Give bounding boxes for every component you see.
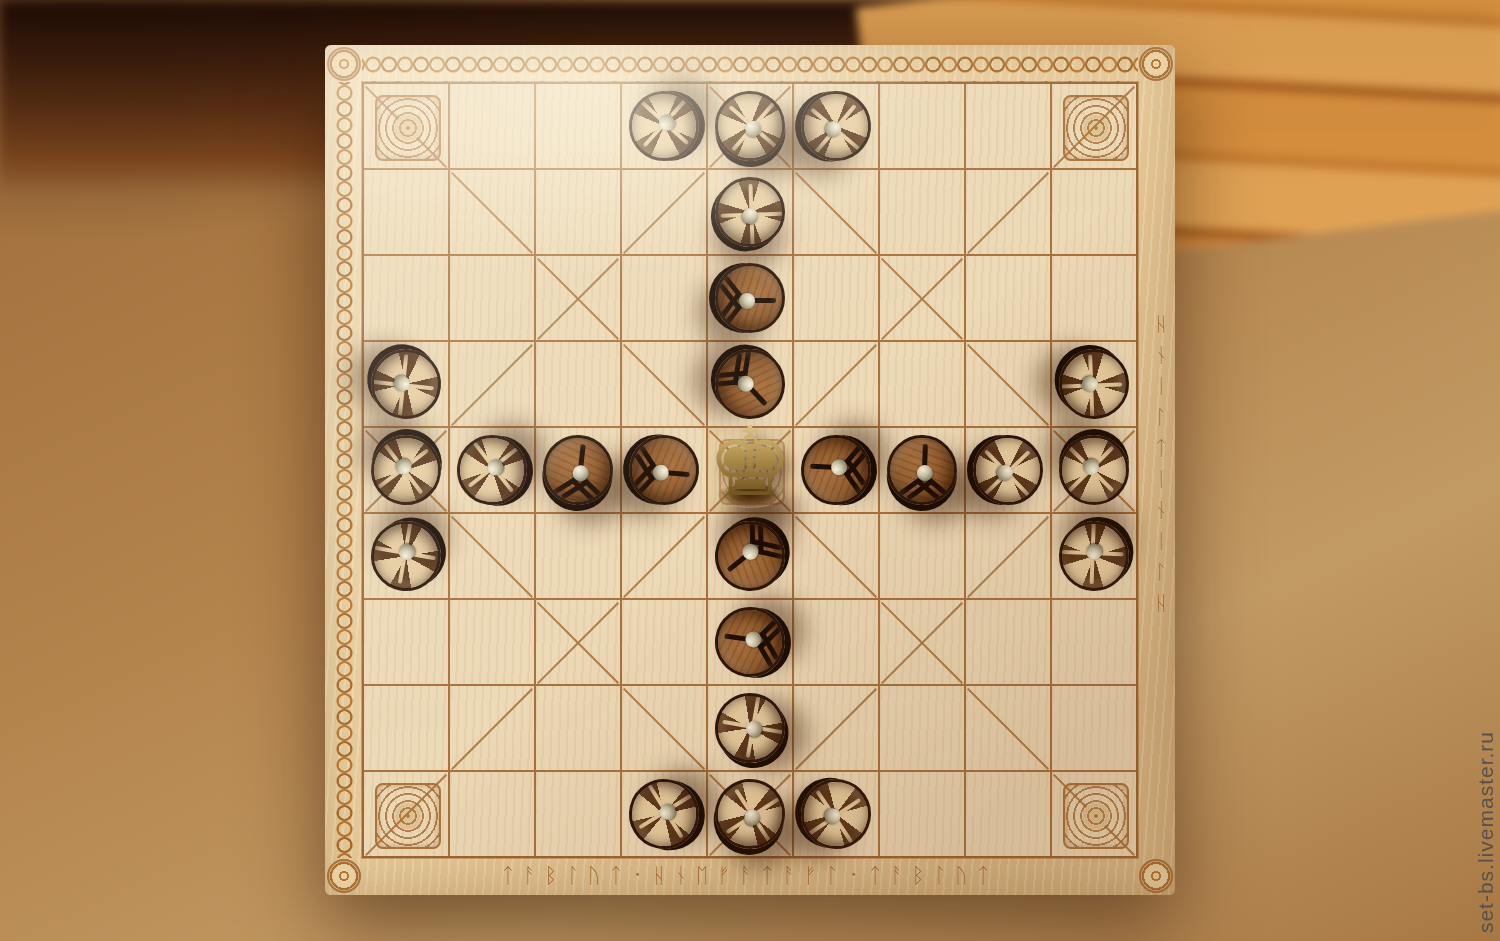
attacker-piece[interactable] xyxy=(795,773,877,855)
attacker-piece[interactable] xyxy=(453,431,531,509)
board-square[interactable] xyxy=(1052,428,1136,512)
knotwork-band-top xyxy=(362,48,1138,81)
metal-stud xyxy=(823,807,842,826)
knotwork-medallion xyxy=(375,95,441,161)
board-square[interactable] xyxy=(708,686,792,770)
board-square[interactable] xyxy=(450,84,534,168)
attacker-piece[interactable] xyxy=(357,507,454,604)
shield-pattern-line xyxy=(758,614,783,638)
shield-pattern-line xyxy=(843,440,866,466)
knotwork-medallion xyxy=(1063,95,1129,161)
corner-knot-rosette xyxy=(327,47,361,81)
attacker-piece[interactable] xyxy=(366,430,445,509)
board-square[interactable] xyxy=(966,428,1050,512)
knotwork-band-left xyxy=(328,82,361,858)
board-square[interactable] xyxy=(794,600,878,684)
board-square[interactable] xyxy=(966,772,1050,856)
board-square[interactable]: ♚ xyxy=(708,428,792,512)
shield-pattern-line xyxy=(560,480,588,500)
board-square[interactable] xyxy=(966,170,1050,254)
board-square[interactable] xyxy=(450,170,534,254)
king-piece[interactable]: ♚ xyxy=(708,428,792,512)
attacker-piece[interactable] xyxy=(357,335,455,433)
metal-stud xyxy=(739,205,762,228)
board-square[interactable] xyxy=(1052,772,1136,856)
board-square[interactable] xyxy=(622,772,706,856)
shield-pattern-line xyxy=(758,523,764,553)
metal-stud xyxy=(825,121,842,138)
board-square[interactable] xyxy=(794,428,878,512)
defender-piece[interactable] xyxy=(715,263,785,333)
board-square[interactable] xyxy=(794,170,878,254)
rune-inscription-right: ᚺᚾᛁᛚᛏᛁᚾᛁᛚᚺ xyxy=(1139,82,1174,858)
board-square[interactable] xyxy=(880,84,964,168)
attacker-piece[interactable] xyxy=(1045,507,1144,606)
shield-pattern-line xyxy=(757,549,787,561)
board-square[interactable] xyxy=(364,342,448,426)
board-square[interactable] xyxy=(1052,170,1136,254)
shield-pattern-line xyxy=(742,347,752,377)
board-square[interactable] xyxy=(966,514,1050,598)
board-square[interactable] xyxy=(364,428,448,512)
shield-pattern-line xyxy=(845,451,868,477)
metal-stud xyxy=(396,541,418,563)
board-square[interactable] xyxy=(1052,686,1136,770)
tafl-board: ᛏᚨᛒᛚᚢᛏ᛫ᚺᚾᛖᚠᚨᛏᚨᚠᛚ᛫ᛏᚨᛒᛚᚢᛏ ᚺᚾᛁᛚᛏᛁᚾᛁᛚᚺ ♚ xyxy=(325,45,1175,895)
board-square[interactable] xyxy=(364,84,448,168)
metal-stud xyxy=(1078,373,1101,396)
attacker-piece[interactable] xyxy=(713,89,788,164)
metal-stud xyxy=(1083,540,1106,563)
shield-pattern-line xyxy=(719,283,741,310)
board-square[interactable] xyxy=(880,256,964,340)
attacker-piece[interactable] xyxy=(972,434,1043,505)
shield-pattern-line xyxy=(843,470,864,497)
attacker-piece[interactable] xyxy=(622,772,706,856)
board-square[interactable] xyxy=(794,686,878,770)
board-square[interactable] xyxy=(364,686,448,770)
board-square[interactable] xyxy=(622,170,706,254)
board-square[interactable] xyxy=(1052,256,1136,340)
board-square[interactable] xyxy=(966,256,1050,340)
shield-pattern-line xyxy=(845,459,866,486)
defender-piece[interactable] xyxy=(710,602,789,681)
board-square[interactable] xyxy=(1052,342,1136,426)
defender-piece[interactable] xyxy=(540,432,617,509)
board-square[interactable] xyxy=(536,170,620,254)
board-square[interactable] xyxy=(450,686,534,770)
defender-piece[interactable] xyxy=(799,433,873,507)
board-square[interactable] xyxy=(536,428,620,512)
rune-inscription-bottom: ᛏᚨᛒᛚᚢᛏ᛫ᚺᚾᛖᚠᚨᛏᚨᚠᛚ᛫ᛏᚨᛒᛚᚢᛏ xyxy=(362,858,1138,895)
shield-pattern-line xyxy=(916,479,942,502)
board-square[interactable] xyxy=(794,514,878,598)
metal-stud xyxy=(734,373,757,396)
corner-knot-rosette xyxy=(1139,47,1173,81)
shield-pattern-line xyxy=(760,632,779,660)
board-square[interactable] xyxy=(794,772,878,856)
board-square[interactable] xyxy=(622,428,706,512)
shield-pattern-line xyxy=(550,477,578,497)
board-square[interactable] xyxy=(536,600,620,684)
metal-stud xyxy=(997,465,1013,481)
attacker-piece[interactable] xyxy=(1059,435,1129,505)
board-square[interactable] xyxy=(1052,84,1136,168)
board-square[interactable] xyxy=(450,514,534,598)
attacker-piece[interactable] xyxy=(627,89,701,163)
shield-pattern-line xyxy=(721,272,743,299)
defender-piece[interactable] xyxy=(886,434,958,506)
board-grid: ♚ xyxy=(362,82,1138,858)
board-square[interactable] xyxy=(708,170,792,254)
board-square[interactable] xyxy=(966,342,1050,426)
board-square[interactable] xyxy=(880,686,964,770)
board-square[interactable] xyxy=(364,170,448,254)
board-square[interactable] xyxy=(880,600,964,684)
board-square[interactable] xyxy=(622,342,706,426)
metal-stud xyxy=(658,114,675,131)
shield-pattern-line xyxy=(631,463,655,488)
board-square[interactable] xyxy=(880,428,964,512)
shield-pattern-line xyxy=(758,625,783,649)
board-square[interactable] xyxy=(1052,600,1136,684)
board-square[interactable] xyxy=(450,600,534,684)
board-square[interactable] xyxy=(450,428,534,512)
board-square[interactable] xyxy=(536,772,620,856)
knotwork-medallion xyxy=(375,783,441,849)
board-square[interactable] xyxy=(450,342,534,426)
board-square[interactable] xyxy=(622,600,706,684)
corner-knot-rosette xyxy=(327,859,361,893)
shield-pattern-line xyxy=(632,474,656,499)
board-square[interactable] xyxy=(794,342,878,426)
metal-stud xyxy=(652,464,669,481)
metal-stud xyxy=(739,293,755,309)
defender-piece[interactable] xyxy=(626,432,702,508)
shield-pattern-line xyxy=(927,477,953,500)
metal-stud xyxy=(739,541,762,564)
board-square[interactable] xyxy=(966,600,1050,684)
board-square[interactable] xyxy=(880,170,964,254)
attacker-piece[interactable] xyxy=(798,88,874,164)
board-square[interactable] xyxy=(708,600,792,684)
board-square[interactable] xyxy=(966,686,1050,770)
attacker-piece[interactable] xyxy=(1045,335,1144,434)
metal-stud xyxy=(391,372,414,395)
board-square[interactable] xyxy=(622,84,706,168)
board-square[interactable] xyxy=(622,514,706,598)
metal-stud xyxy=(572,465,590,483)
board-square[interactable] xyxy=(1052,514,1136,598)
shield-pattern-line xyxy=(637,442,658,470)
shield-pattern-line xyxy=(721,303,743,330)
metal-stud xyxy=(831,459,848,476)
shield-pattern-line xyxy=(906,479,933,501)
attacker-piece[interactable] xyxy=(701,679,798,776)
board-square[interactable] xyxy=(708,514,792,598)
metal-stud xyxy=(486,458,504,476)
board-square[interactable] xyxy=(880,514,964,598)
board-square[interactable] xyxy=(880,342,964,426)
defender-piece[interactable] xyxy=(701,507,799,605)
board-square[interactable] xyxy=(364,256,448,340)
board-square[interactable] xyxy=(536,514,620,598)
attacker-piece[interactable] xyxy=(708,772,791,855)
shield-pattern-line xyxy=(582,478,607,502)
board-square[interactable] xyxy=(536,84,620,168)
shield-pattern-line xyxy=(719,292,741,319)
board-square[interactable] xyxy=(708,84,792,168)
metal-stud xyxy=(658,802,677,821)
watermark: set-bs.livemaster.ru xyxy=(1474,731,1498,933)
king-glyph: ♚ xyxy=(707,414,793,510)
metal-stud xyxy=(394,458,412,476)
metal-stud xyxy=(743,718,765,740)
metal-stud xyxy=(1083,459,1099,475)
attacker-piece[interactable] xyxy=(701,163,800,262)
shield-pattern-line xyxy=(895,477,922,499)
board-square[interactable] xyxy=(708,772,792,856)
board-square[interactable] xyxy=(622,256,706,340)
metal-stud xyxy=(743,808,762,827)
corner-knot-rosette xyxy=(1139,859,1173,893)
shield-pattern-line xyxy=(750,515,756,545)
board-square[interactable] xyxy=(794,256,878,340)
shield-pattern-line xyxy=(709,380,739,388)
knotwork-medallion xyxy=(1063,783,1129,849)
metal-stud xyxy=(745,120,762,137)
board-square[interactable] xyxy=(794,84,878,168)
board-square[interactable] xyxy=(536,342,620,426)
metal-stud xyxy=(917,465,934,482)
board-square[interactable] xyxy=(966,84,1050,168)
board-square[interactable] xyxy=(364,514,448,598)
shield-pattern-line xyxy=(571,478,596,502)
board-square[interactable] xyxy=(364,600,448,684)
shield-pattern-line xyxy=(756,643,775,671)
board-square[interactable] xyxy=(364,772,448,856)
board-square[interactable] xyxy=(536,256,620,340)
board-square[interactable] xyxy=(450,256,534,340)
board-square[interactable] xyxy=(536,686,620,770)
board-square[interactable] xyxy=(880,772,964,856)
board-square[interactable] xyxy=(450,772,534,856)
shield-pattern-line xyxy=(634,453,655,481)
board-square[interactable] xyxy=(708,256,792,340)
board-square[interactable] xyxy=(622,686,706,770)
metal-stud xyxy=(744,630,762,648)
